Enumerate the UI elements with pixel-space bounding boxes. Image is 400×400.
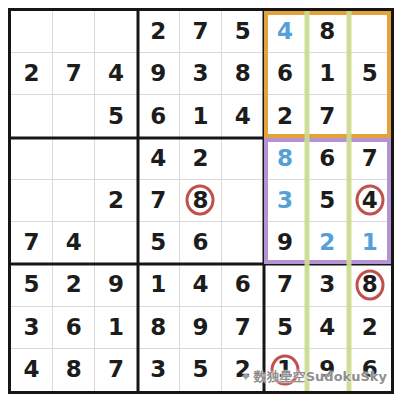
solved-digit: 4 [277,20,293,43]
cell-r1c6: 5 [222,11,264,53]
cell-r3c3: 5 [95,95,137,137]
given-digit: 7 [192,20,208,43]
cell-r6c3 [95,222,137,264]
given-digit: 9 [150,62,166,85]
cell-r2c4: 9 [138,53,180,95]
given-digit: 9 [192,316,208,339]
cell-r3c8: 7 [307,95,349,137]
given-digit: 6 [192,231,208,254]
cell-r8c8: 4 [307,307,349,349]
cell-r1c7: 4 [264,11,306,53]
cell-r4c2 [53,138,95,180]
given-digit: 3 [319,273,335,296]
given-digit: 5 [192,358,208,381]
given-digit: 8 [319,20,335,43]
cell-r5c9: 4 [349,180,391,222]
given-digit: 4 [150,147,166,170]
given-digit: 7 [277,273,293,296]
given-digit: 9 [277,231,293,254]
given-digit: 5 [24,273,40,296]
cell-r7c2: 2 [53,264,95,306]
cell-r9c2: 8 [53,349,95,391]
cell-r6c1: 7 [11,222,53,264]
cell-r3c5: 1 [180,95,222,137]
given-digit: 5 [108,105,124,128]
cell-r5c3: 2 [95,180,137,222]
cell-r6c7: 9 [264,222,306,264]
cell-r7c8: 3 [307,264,349,306]
given-digit: 4 [66,231,82,254]
given-digit: 5 [319,189,335,212]
given-digit: 3 [192,62,208,85]
cell-r2c8: 1 [307,53,349,95]
given-digit: 9 [108,273,124,296]
cell-r3c2 [53,95,95,137]
given-digit: 5 [362,62,378,85]
cell-r7c3: 9 [95,264,137,306]
cell-r2c5: 3 [180,53,222,95]
cell-r4c7: 8 [264,138,306,180]
cell-r8c3: 1 [95,307,137,349]
box-border-horizontal-1 [11,136,391,139]
cell-r4c4: 4 [138,138,180,180]
given-digit: 6 [66,316,82,339]
cell-r8c7: 5 [264,307,306,349]
given-digit: 2 [362,316,378,339]
cell-r3c7: 2 [264,95,306,137]
given-digit: 6 [277,62,293,85]
given-digit: 8 [150,316,166,339]
cell-r2c3: 4 [95,53,137,95]
cell-r4c5: 2 [180,138,222,180]
given-digit: 4 [192,273,208,296]
given-digit: 6 [319,147,335,170]
cell-r5c6 [222,180,264,222]
cell-r2c9: 5 [349,53,391,95]
given-digit: 6 [235,273,251,296]
cell-r4c1 [11,138,53,180]
cell-r3c9 [349,95,391,137]
cell-r4c3 [95,138,137,180]
cell-r1c1 [11,11,53,53]
cell-r9c4: 3 [138,349,180,391]
cell-r8c4: 8 [138,307,180,349]
given-digit: 5 [235,20,251,43]
cell-r9c1: 4 [11,349,53,391]
cell-r1c2 [53,11,95,53]
cell-r2c1: 2 [11,53,53,95]
cell-r8c1: 3 [11,307,53,349]
given-digit: 4 [108,62,124,85]
red-circle-annotation [186,185,215,216]
cell-r5c5: 8 [180,180,222,222]
cell-r8c6: 7 [222,307,264,349]
given-digit: 1 [150,273,166,296]
given-digit: 7 [108,358,124,381]
cell-r6c8: 2 [307,222,349,264]
cell-r1c4: 2 [138,11,180,53]
box-border-horizontal-2 [11,263,391,266]
given-digit: 2 [24,62,40,85]
sudoku-grid: 2754827493861556142742867278354745692152… [11,11,391,391]
cell-r2c2: 7 [53,53,95,95]
cell-r1c5: 7 [180,11,222,53]
cell-r1c8: 8 [307,11,349,53]
given-digit: 7 [24,231,40,254]
cell-r8c9: 2 [349,307,391,349]
given-digit: 4 [235,105,251,128]
cell-r6c6 [222,222,264,264]
given-digit: 3 [150,358,166,381]
cell-r2c6: 8 [222,53,264,95]
cell-r3c6: 4 [222,95,264,137]
given-digit: 7 [319,105,335,128]
cell-r7c7: 7 [264,264,306,306]
cell-r4c8: 6 [307,138,349,180]
cell-r9c5: 5 [180,349,222,391]
solved-digit: 8 [277,147,293,170]
watermark: ✦ 数独星空SudokuSky [241,368,387,386]
given-digit: 4 [319,316,335,339]
given-digit: 4 [24,358,40,381]
cell-r5c7: 3 [264,180,306,222]
cell-r6c2: 4 [53,222,95,264]
cell-r3c1 [11,95,53,137]
given-digit: 5 [150,231,166,254]
given-digit: 3 [24,316,40,339]
cell-r5c1 [11,180,53,222]
cell-r5c2 [53,180,95,222]
given-digit: 2 [108,189,124,212]
cell-r1c3 [95,11,137,53]
box-border-vertical-2 [263,11,266,391]
box-border-vertical-1 [136,11,139,391]
given-digit: 2 [277,105,293,128]
cell-r4c9: 7 [349,138,391,180]
cell-r6c5: 6 [180,222,222,264]
cell-r7c1: 5 [11,264,53,306]
cell-r8c5: 9 [180,307,222,349]
cell-r2c7: 6 [264,53,306,95]
sudokusky-logo-icon: ✦ [241,370,251,384]
given-digit: 1 [108,316,124,339]
given-digit: 2 [192,147,208,170]
red-circle-annotation [355,269,384,300]
given-digit: 7 [66,62,82,85]
cell-r7c5: 4 [180,264,222,306]
cell-r5c8: 5 [307,180,349,222]
cell-r7c4: 1 [138,264,180,306]
cell-r8c2: 6 [53,307,95,349]
given-digit: 7 [362,147,378,170]
cell-r7c6: 6 [222,264,264,306]
cell-r5c4: 7 [138,180,180,222]
given-digit: 7 [235,316,251,339]
given-digit: 2 [66,273,82,296]
cell-r1c9 [349,11,391,53]
cell-r4c6 [222,138,264,180]
cell-r6c4: 5 [138,222,180,264]
given-digit: 5 [277,316,293,339]
solved-digit: 3 [277,189,293,212]
watermark-text: 数独星空SudokuSky [254,368,387,386]
solved-digit: 1 [362,231,378,254]
cell-r7c9: 8 [349,264,391,306]
given-digit: 1 [192,105,208,128]
solved-digit: 2 [319,231,335,254]
sudoku-page: 2754827493861556142742867278354745692152… [0,0,400,400]
given-digit: 8 [235,62,251,85]
given-digit: 2 [150,20,166,43]
cell-r3c4: 6 [138,95,180,137]
given-digit: 8 [66,358,82,381]
sudoku-board: 2754827493861556142742867278354745692152… [8,8,394,394]
given-digit: 6 [150,105,166,128]
given-digit: 1 [319,62,335,85]
cell-r6c9: 1 [349,222,391,264]
given-digit: 7 [150,189,166,212]
red-circle-annotation [355,185,384,216]
cell-r9c3: 7 [95,349,137,391]
